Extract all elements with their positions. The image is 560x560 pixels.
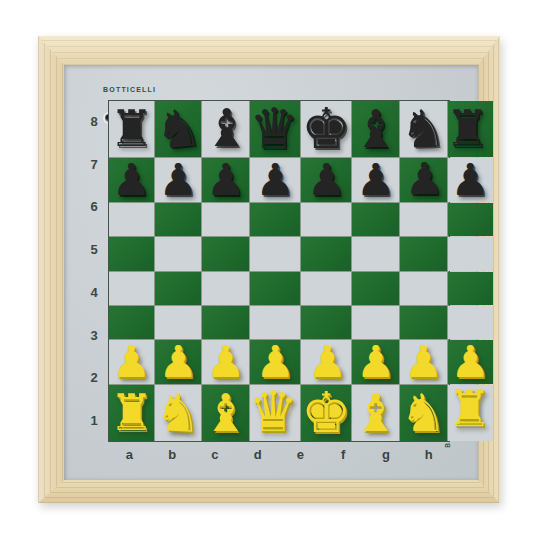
piece-white-pawn[interactable]: ♟	[450, 340, 489, 384]
square-f3[interactable]	[352, 306, 399, 339]
square-d6[interactable]	[250, 203, 300, 236]
square-a6[interactable]	[109, 203, 154, 236]
rank-label-7: 7	[82, 143, 106, 186]
square-f4[interactable]	[352, 272, 399, 305]
square-h3[interactable]	[448, 306, 493, 339]
piece-white-pawn[interactable]: ♟	[404, 340, 443, 384]
square-g7[interactable]: ♟	[400, 158, 447, 202]
square-d5[interactable]	[250, 237, 300, 270]
piece-black-pawn[interactable]: ♟	[255, 158, 294, 202]
piece-white-bishop[interactable]: ♝	[352, 387, 399, 439]
square-g6[interactable]	[400, 203, 447, 236]
file-label-d: d	[236, 445, 279, 463]
piece-black-pawn[interactable]: ♟	[206, 158, 245, 202]
piece-white-pawn[interactable]: ♟	[308, 340, 347, 384]
rank-label-4: 4	[82, 271, 106, 314]
square-a8[interactable]: ♜	[109, 101, 154, 157]
file-label-g: g	[365, 445, 408, 463]
square-a1[interactable]: ♜	[109, 385, 154, 441]
square-a4[interactable]	[109, 272, 154, 305]
square-d8[interactable]: ♛	[250, 101, 300, 157]
file-label-f: f	[322, 445, 365, 463]
square-h4[interactable]	[448, 272, 493, 305]
square-c1[interactable]: ♝	[202, 385, 249, 441]
square-e7[interactable]: ♟	[301, 158, 351, 202]
square-f5[interactable]	[352, 237, 399, 270]
square-a5[interactable]	[109, 237, 154, 270]
square-b1[interactable]: ♞	[155, 385, 202, 441]
square-b4[interactable]	[155, 272, 202, 305]
square-d1[interactable]: ♛	[250, 385, 300, 441]
square-g5[interactable]	[400, 237, 447, 270]
piece-white-rook[interactable]: ♜	[447, 384, 492, 434]
square-d4[interactable]	[250, 272, 300, 305]
wooden-frame-left	[38, 36, 64, 503]
square-c8[interactable]: ♝	[202, 101, 249, 157]
piece-black-bishop[interactable]: ♝	[352, 103, 399, 155]
piece-white-pawn[interactable]: ♟	[206, 340, 245, 384]
piece-black-bishop[interactable]: ♝	[203, 102, 250, 154]
square-c3[interactable]	[202, 306, 249, 339]
square-f6[interactable]	[352, 203, 399, 236]
piece-black-rook[interactable]: ♜	[445, 104, 490, 154]
square-a3[interactable]	[109, 306, 154, 339]
square-h6[interactable]	[448, 203, 493, 236]
square-h7[interactable]: ♟	[448, 158, 493, 202]
square-e3[interactable]	[301, 306, 351, 339]
piece-black-knight[interactable]: ♞	[399, 102, 447, 156]
piece-black-pawn[interactable]: ♟	[405, 157, 444, 201]
piece-white-rook[interactable]: ♜	[109, 388, 154, 438]
square-f7[interactable]: ♟	[352, 158, 399, 202]
square-e5[interactable]	[301, 237, 351, 270]
square-d3[interactable]	[250, 306, 300, 339]
rank-label-5: 5	[82, 228, 106, 271]
square-e2[interactable]: ♟	[301, 340, 351, 384]
square-f1[interactable]: ♝	[352, 385, 399, 441]
square-d7[interactable]: ♟	[250, 158, 300, 202]
piece-white-king[interactable]: ♚	[301, 385, 351, 441]
square-b6[interactable]	[155, 203, 202, 236]
file-labels: abcdefgh	[108, 445, 450, 463]
piece-black-rook[interactable]: ♜	[109, 104, 154, 154]
wooden-frame-top	[38, 36, 500, 65]
square-c4[interactable]	[202, 272, 249, 305]
square-c7[interactable]: ♟	[202, 158, 249, 202]
square-h8[interactable]: ♜	[448, 101, 493, 157]
square-h5[interactable]	[448, 237, 493, 270]
piece-white-knight[interactable]: ♞	[400, 387, 447, 439]
square-g8[interactable]: ♞	[400, 101, 447, 157]
square-d2[interactable]: ♟	[250, 340, 300, 384]
file-label-h: h	[407, 445, 450, 463]
square-c2[interactable]: ♟	[202, 340, 249, 384]
square-a7[interactable]: ♟	[109, 158, 154, 202]
piece-white-queen[interactable]: ♛	[248, 384, 298, 440]
piece-black-pawn[interactable]: ♟	[158, 158, 197, 202]
piece-white-pawn[interactable]: ♟	[255, 340, 294, 384]
square-c6[interactable]	[202, 203, 249, 236]
piece-black-king[interactable]: ♚	[301, 101, 351, 157]
piece-white-pawn[interactable]: ♟	[356, 340, 395, 384]
file-label-c: c	[194, 445, 237, 463]
piece-black-pawn[interactable]: ♟	[112, 158, 151, 202]
rank-label-2: 2	[82, 357, 106, 400]
square-c5[interactable]	[202, 237, 249, 270]
square-e8[interactable]: ♚	[301, 101, 351, 157]
square-g2[interactable]: ♟	[400, 340, 447, 384]
file-label-b: b	[151, 445, 194, 463]
wooden-frame-bottom	[38, 480, 500, 503]
rank-label-6: 6	[82, 186, 106, 229]
piece-white-pawn[interactable]: ♟	[112, 340, 151, 384]
rank-label-1: 1	[82, 399, 106, 442]
square-b2[interactable]: ♟	[155, 340, 202, 384]
square-a2[interactable]: ♟	[109, 340, 154, 384]
square-g4[interactable]	[400, 272, 447, 305]
square-e4[interactable]	[301, 272, 351, 305]
piece-white-bishop[interactable]: ♝	[202, 387, 249, 439]
square-b7[interactable]: ♟	[155, 158, 202, 202]
square-h1[interactable]: ♜	[448, 385, 493, 441]
square-f8[interactable]: ♝	[352, 101, 399, 157]
square-b3[interactable]	[155, 306, 202, 339]
chess-board-grid: ♜♞♝♛♚♝♞♜♟♟♟♟♟♟♟♟♟♟♟♟♟♟♟♟♜♞♝♛♚♝♞♜	[108, 100, 450, 442]
piece-black-pawn[interactable]: ♟	[307, 158, 346, 202]
piece-black-pawn[interactable]: ♟	[450, 158, 489, 202]
rank-labels: 87654321	[82, 100, 106, 442]
square-g3[interactable]	[400, 306, 447, 339]
file-label-a: a	[108, 445, 151, 463]
square-b5[interactable]	[155, 237, 202, 270]
rank-label-8: 8	[82, 100, 106, 143]
piece-black-pawn[interactable]: ♟	[356, 158, 395, 202]
rank-label-3: 3	[82, 314, 106, 357]
demonstration-chessboard: BOTTICELLI BOTTICELLI 87654321 ♜♞♝♛♚♝♞♜♟…	[38, 36, 500, 503]
square-h2[interactable]: ♟	[448, 340, 493, 384]
file-label-e: e	[279, 445, 322, 463]
square-b8[interactable]: ♞	[155, 101, 202, 157]
square-f2[interactable]: ♟	[352, 340, 399, 384]
piece-black-knight[interactable]: ♞	[152, 101, 204, 158]
piece-black-queen[interactable]: ♛	[249, 101, 299, 157]
square-e1[interactable]: ♚	[301, 385, 351, 441]
square-g1[interactable]: ♞	[400, 385, 447, 441]
brand-label-top: BOTTICELLI	[103, 86, 156, 93]
square-e6[interactable]	[301, 203, 351, 236]
piece-white-pawn[interactable]: ♟	[158, 340, 197, 384]
piece-white-knight[interactable]: ♞	[153, 386, 202, 440]
